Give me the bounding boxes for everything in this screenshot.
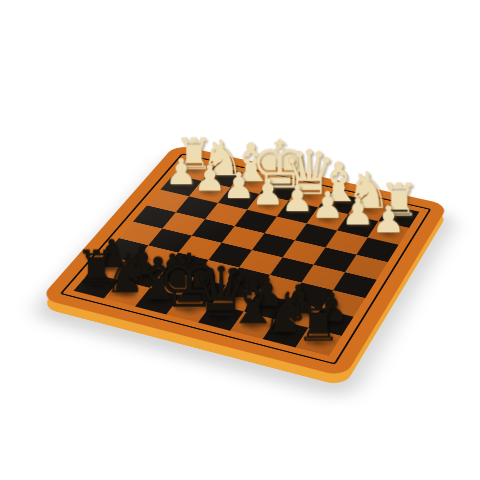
square-e6[interactable] (195, 260, 239, 285)
piece-stand: ♟ (95, 251, 128, 284)
chess-board: ♜♞♝♚♛♝♞♜♟♟♟♟♟♟♟♟♟♟♟♟♟♟♟♟♜♞♝♚♛♝♞♜ (40, 145, 449, 378)
chess-scene: ♜♞♝♚♛♝♞♜♟♟♟♟♟♟♟♟♟♟♟♟♟♟♟♟♜♞♝♚♛♝♞♜ (0, 0, 480, 480)
photo-background: ♜♞♝♚♛♝♞♜♟♟♟♟♟♟♟♟♟♟♟♟♟♟♟♟♜♞♝♚♛♝♞♜ (0, 0, 480, 480)
